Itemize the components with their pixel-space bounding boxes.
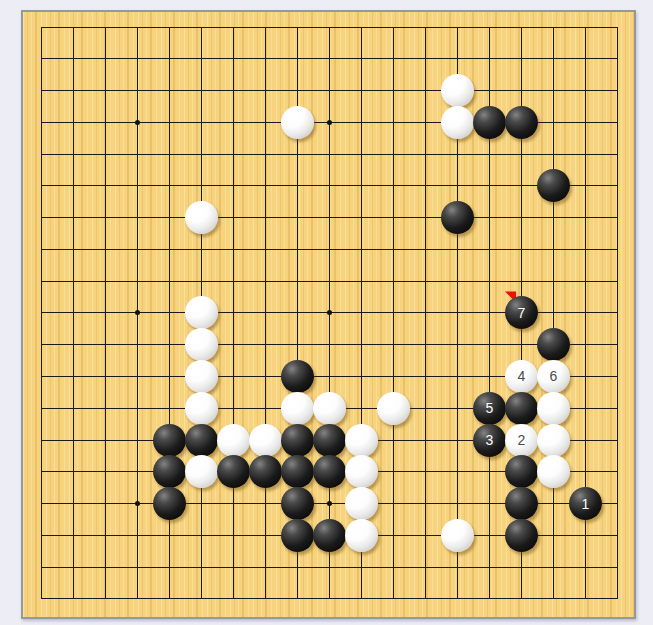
move-number-label: 6: [550, 369, 558, 383]
white-stone: [441, 74, 474, 107]
white-stone: 4: [505, 360, 538, 393]
black-stone: [153, 455, 186, 488]
black-stone: [537, 328, 570, 361]
black-stone: [313, 519, 346, 552]
grid-line: [617, 27, 618, 600]
white-stone: 2: [505, 424, 538, 457]
white-stone: [185, 360, 218, 393]
black-stone: [153, 487, 186, 520]
white-stone: [281, 392, 314, 425]
white-stone: 6: [537, 360, 570, 393]
black-stone: [281, 455, 314, 488]
grid-line: [425, 27, 426, 600]
black-stone: [185, 424, 218, 457]
white-stone: [345, 487, 378, 520]
grid-line: [41, 344, 618, 345]
white-stone: [249, 424, 282, 457]
white-stone: [281, 106, 314, 139]
grid-line: [41, 598, 618, 599]
white-stone: [185, 201, 218, 234]
white-stone: [345, 519, 378, 552]
star-point: [135, 120, 140, 125]
star-point: [327, 310, 332, 315]
black-stone: 1: [569, 487, 602, 520]
black-stone: [249, 455, 282, 488]
move-number-label: 4: [518, 369, 526, 383]
black-stone: [153, 424, 186, 457]
black-stone: [505, 519, 538, 552]
white-stone: [185, 392, 218, 425]
white-stone: [377, 392, 410, 425]
star-point: [135, 310, 140, 315]
white-stone: [537, 455, 570, 488]
star-point: [135, 501, 140, 506]
move-number-label: 2: [518, 433, 526, 447]
move-number-label: 1: [582, 497, 590, 511]
white-stone: [537, 392, 570, 425]
move-number-label: 7: [518, 306, 526, 320]
white-stone: [345, 424, 378, 457]
black-stone: [281, 424, 314, 457]
black-stone: [281, 360, 314, 393]
move-number-label: 5: [486, 401, 494, 415]
black-stone: [505, 392, 538, 425]
grid-line: [553, 27, 554, 600]
grid-line: [41, 567, 618, 568]
go-board[interactable]: 7465321: [21, 10, 636, 619]
star-point: [327, 501, 332, 506]
black-stone: [537, 169, 570, 202]
black-stone: [473, 106, 506, 139]
star-point: [327, 120, 332, 125]
black-stone: 3: [473, 424, 506, 457]
black-stone: [505, 106, 538, 139]
black-stone: [505, 487, 538, 520]
black-stone: [313, 455, 346, 488]
white-stone: [185, 455, 218, 488]
white-stone: [345, 455, 378, 488]
white-stone: [441, 519, 474, 552]
black-stone: 5: [473, 392, 506, 425]
white-stone: [441, 106, 474, 139]
black-stone: [313, 424, 346, 457]
white-stone: [217, 424, 250, 457]
screen: { "game": "go", "board": { "size": 19, "…: [0, 0, 653, 625]
white-stone: [185, 328, 218, 361]
black-stone: [281, 487, 314, 520]
move-number-label: 3: [486, 433, 494, 447]
black-stone: [505, 455, 538, 488]
white-stone: [537, 424, 570, 457]
white-stone: [313, 392, 346, 425]
white-stone: [185, 296, 218, 329]
black-stone: [441, 201, 474, 234]
black-stone: [217, 455, 250, 488]
black-stone: [281, 519, 314, 552]
black-stone: 7: [505, 296, 538, 329]
grid-line: [393, 27, 394, 600]
